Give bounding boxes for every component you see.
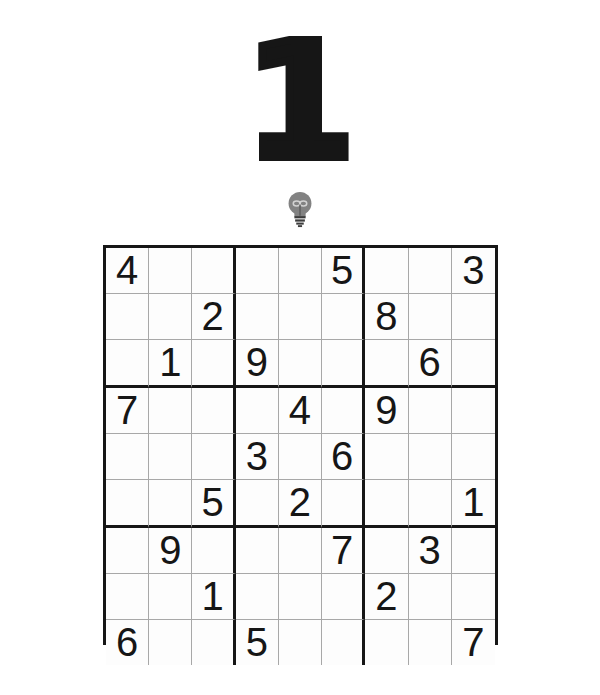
sudoku-cell-given[interactable]: 1 [452, 480, 495, 528]
sudoku-cell-empty[interactable] [365, 340, 408, 388]
sudoku-cell-given[interactable]: 1 [192, 574, 235, 620]
sudoku-cell-given[interactable]: 7 [322, 528, 365, 574]
sudoku-cell-given[interactable]: 3 [452, 248, 495, 294]
sudoku-cell-given[interactable]: 6 [106, 620, 149, 665]
sudoku-cell-given[interactable]: 3 [236, 434, 279, 480]
sudoku-cell-empty[interactable] [365, 528, 408, 574]
sudoku-cell-empty[interactable] [192, 248, 235, 294]
sudoku-cell-empty[interactable] [452, 294, 495, 340]
sudoku-cell-empty[interactable] [452, 528, 495, 574]
sudoku-cell-given[interactable]: 9 [365, 388, 408, 434]
sudoku-cell-given[interactable]: 5 [236, 620, 279, 665]
sudoku-cell-given[interactable]: 5 [192, 480, 235, 528]
sudoku-cell-given[interactable]: 7 [106, 388, 149, 434]
sudoku-cell-empty[interactable] [409, 480, 452, 528]
sudoku-cell-empty[interactable] [192, 340, 235, 388]
sudoku-board: 453281967493652197312657 [103, 245, 498, 645]
sudoku-cell-empty[interactable] [409, 388, 452, 434]
sudoku-cell-empty[interactable] [106, 480, 149, 528]
sudoku-cell-empty[interactable] [149, 574, 192, 620]
sudoku-cell-empty[interactable] [279, 620, 322, 665]
sudoku-cell-empty[interactable] [322, 294, 365, 340]
sudoku-cell-empty[interactable] [409, 248, 452, 294]
sudoku-cell-empty[interactable] [106, 340, 149, 388]
sudoku-cell-empty[interactable] [322, 480, 365, 528]
sudoku-cell-empty[interactable] [149, 388, 192, 434]
sudoku-cell-empty[interactable] [149, 620, 192, 665]
sudoku-cell-empty[interactable] [322, 388, 365, 434]
sudoku-cell-empty[interactable] [452, 388, 495, 434]
sudoku-cell-given[interactable]: 4 [279, 388, 322, 434]
sudoku-cell-empty[interactable] [236, 294, 279, 340]
sudoku-cell-empty[interactable] [452, 434, 495, 480]
sudoku-cell-empty[interactable] [192, 388, 235, 434]
sudoku-cell-empty[interactable] [192, 620, 235, 665]
sudoku-cell-empty[interactable] [365, 434, 408, 480]
sudoku-cell-empty[interactable] [279, 574, 322, 620]
sudoku-cell-empty[interactable] [106, 294, 149, 340]
sudoku-cell-empty[interactable] [409, 620, 452, 665]
sudoku-cell-given[interactable]: 7 [452, 620, 495, 665]
lightbulb-icon [285, 191, 315, 233]
sudoku-cell-empty[interactable] [236, 528, 279, 574]
sudoku-cell-given[interactable]: 2 [192, 294, 235, 340]
sudoku-cell-empty[interactable] [236, 248, 279, 294]
sudoku-cell-empty[interactable] [322, 574, 365, 620]
sudoku-cell-empty[interactable] [365, 620, 408, 665]
sudoku-cell-given[interactable]: 5 [322, 248, 365, 294]
sudoku-cell-given[interactable]: 9 [236, 340, 279, 388]
sudoku-cell-empty[interactable] [279, 528, 322, 574]
sudoku-cell-empty[interactable] [409, 574, 452, 620]
sudoku-cell-empty[interactable] [365, 480, 408, 528]
sudoku-cell-empty[interactable] [279, 248, 322, 294]
sudoku-cell-empty[interactable] [236, 574, 279, 620]
sudoku-cell-empty[interactable] [365, 248, 408, 294]
sudoku-cell-empty[interactable] [149, 480, 192, 528]
hint-button[interactable] [0, 191, 600, 233]
sudoku-cell-empty[interactable] [452, 340, 495, 388]
sudoku-cell-empty[interactable] [322, 340, 365, 388]
sudoku-cell-given[interactable]: 6 [322, 434, 365, 480]
sudoku-cell-empty[interactable] [106, 574, 149, 620]
sudoku-cell-empty[interactable] [409, 434, 452, 480]
sudoku-cell-empty[interactable] [106, 528, 149, 574]
sudoku-cell-given[interactable]: 2 [365, 574, 408, 620]
sudoku-cell-empty[interactable] [149, 294, 192, 340]
sudoku-cell-empty[interactable] [409, 294, 452, 340]
sudoku-cell-empty[interactable] [322, 620, 365, 665]
sudoku-cell-empty[interactable] [149, 434, 192, 480]
sudoku-cell-given[interactable]: 4 [106, 248, 149, 294]
sudoku-cell-given[interactable]: 8 [365, 294, 408, 340]
sudoku-cell-empty[interactable] [236, 480, 279, 528]
sudoku-cell-empty[interactable] [279, 340, 322, 388]
sudoku-cell-empty[interactable] [192, 434, 235, 480]
sudoku-cell-empty[interactable] [236, 388, 279, 434]
sudoku-cell-given[interactable]: 3 [409, 528, 452, 574]
sudoku-cell-empty[interactable] [106, 434, 149, 480]
sudoku-cell-empty[interactable] [452, 574, 495, 620]
sudoku-cell-empty[interactable] [279, 294, 322, 340]
sudoku-cell-empty[interactable] [192, 528, 235, 574]
sudoku-cell-empty[interactable] [149, 248, 192, 294]
sudoku-cell-given[interactable]: 9 [149, 528, 192, 574]
sudoku-cell-given[interactable]: 6 [409, 340, 452, 388]
puzzle-number-title: 1 [0, 22, 600, 182]
sudoku-cell-given[interactable]: 2 [279, 480, 322, 528]
sudoku-cell-empty[interactable] [279, 434, 322, 480]
sudoku-cell-given[interactable]: 1 [149, 340, 192, 388]
